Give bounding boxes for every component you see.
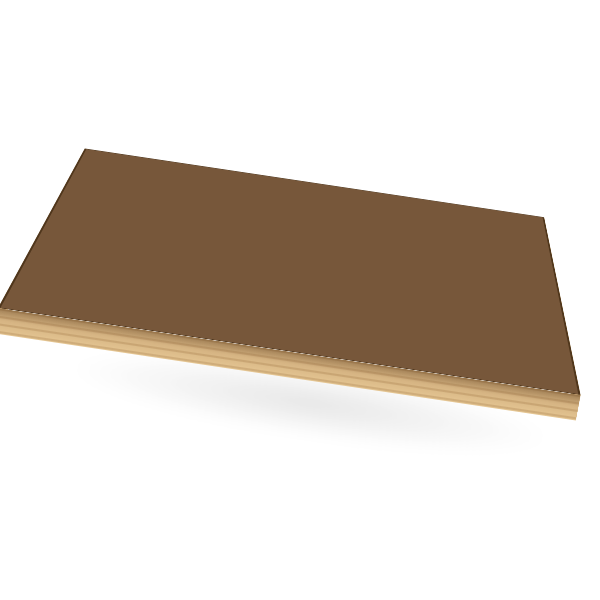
domino-board — [0, 169, 576, 420]
board-tilt-wrapper — [0, 0, 600, 600]
product-photo — [0, 0, 600, 600]
